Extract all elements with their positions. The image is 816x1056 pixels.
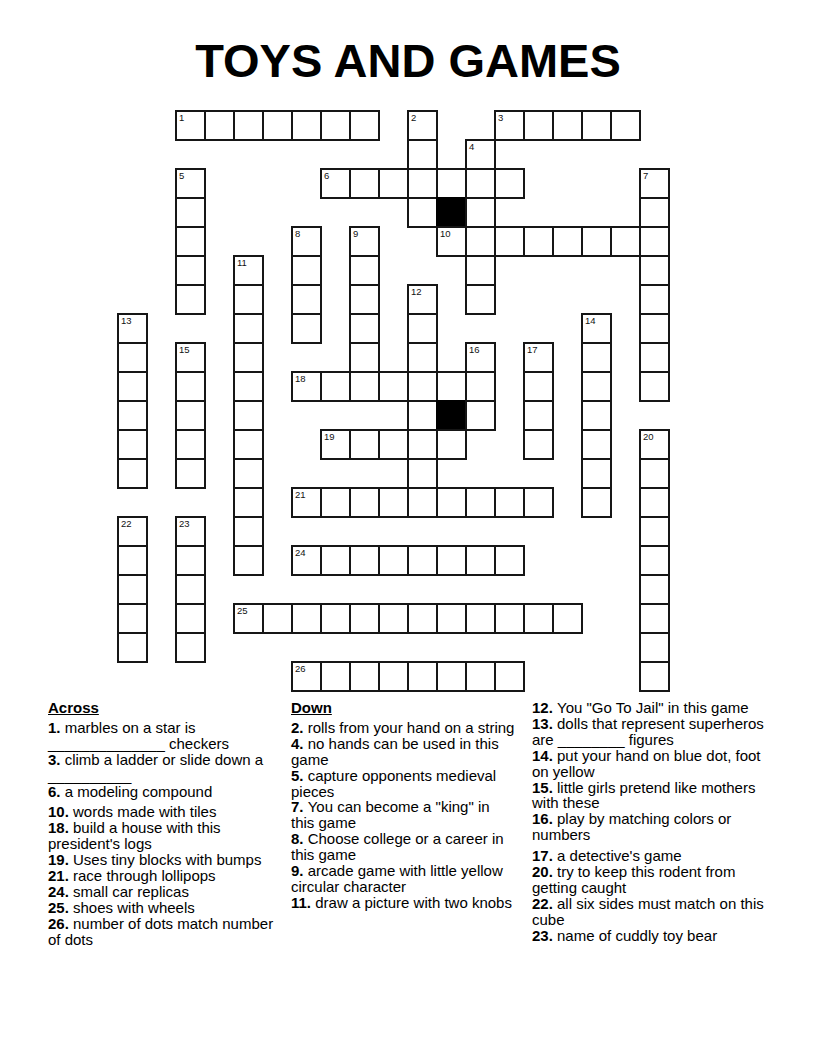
clue-5: 5. capture opponents medieval pieces	[291, 768, 516, 800]
clue-number: 26	[295, 663, 306, 674]
grid-cell[interactable]	[494, 603, 525, 634]
grid-cell[interactable]	[523, 371, 554, 402]
grid-cell[interactable]	[639, 458, 670, 489]
grid-cell[interactable]	[407, 400, 438, 431]
grid-cell[interactable]	[436, 545, 467, 576]
grid-cell[interactable]	[436, 603, 467, 634]
grid-cell[interactable]	[523, 110, 554, 141]
clue-number: 7	[643, 170, 648, 181]
clue-number: 14	[585, 315, 596, 326]
clue-6: 6. a modeling compound	[48, 784, 278, 800]
clue-number: 1	[179, 112, 184, 123]
grid-cell[interactable]	[175, 603, 206, 634]
grid-cell[interactable]	[581, 458, 612, 489]
grid-cell[interactable]	[639, 255, 670, 286]
grid-cell[interactable]: 11	[233, 255, 264, 286]
clue-25: 25. shoes with wheels	[48, 900, 278, 916]
grid-cell[interactable]	[465, 400, 496, 431]
clue-number: 6	[324, 170, 329, 181]
page-title: TOYS AND GAMES	[0, 33, 816, 88]
clue-4: 4. no hands can be used in this game	[291, 736, 516, 768]
grid-cell[interactable]: 26	[291, 661, 322, 692]
clue-21: 21. race through lollipops	[48, 868, 278, 884]
grid-cell[interactable]	[639, 661, 670, 692]
grid-cell[interactable]	[407, 545, 438, 576]
grid-cell[interactable]	[349, 284, 380, 315]
grid-cell[interactable]	[610, 110, 641, 141]
clue-number: 18	[295, 373, 306, 384]
grid-cell[interactable]	[407, 139, 438, 170]
clue-number: 20	[643, 431, 654, 442]
grid-cell[interactable]	[204, 110, 235, 141]
grid-cell[interactable]	[465, 487, 496, 518]
grid-cell[interactable]	[320, 603, 351, 634]
clue-number: 12	[411, 286, 422, 297]
grid-cell[interactable]	[349, 545, 380, 576]
clue-24: 24. small car replicas	[48, 884, 278, 900]
grid-cell[interactable]	[639, 487, 670, 518]
grid-cell[interactable]	[378, 603, 409, 634]
clue-number: 25	[237, 605, 248, 616]
grid-cell[interactable]	[523, 429, 554, 460]
clue-number: 16	[469, 344, 480, 355]
grid-cell[interactable]	[581, 342, 612, 373]
grid-cell[interactable]	[378, 429, 409, 460]
grid-cell[interactable]	[465, 168, 496, 199]
grid-cell[interactable]: 17	[523, 342, 554, 373]
grid-cell[interactable]	[349, 487, 380, 518]
grid-cell[interactable]	[262, 603, 293, 634]
grid-cell[interactable]: 14	[581, 313, 612, 344]
grid-cell[interactable]	[291, 603, 322, 634]
grid-cell[interactable]	[291, 313, 322, 344]
clue-1: 1. marbles on a star is ______________ c…	[48, 720, 278, 752]
grid-cell[interactable]	[320, 545, 351, 576]
grid-cell[interactable]	[320, 661, 351, 692]
clue-number: 3	[498, 112, 503, 123]
clue-number: 4	[469, 141, 474, 152]
grid-cell[interactable]	[175, 255, 206, 286]
grid-cell[interactable]	[291, 110, 322, 141]
grid-cell[interactable]: 5	[175, 168, 206, 199]
clue-26: 26. number of dots match number of dots	[48, 916, 278, 948]
grid-cell[interactable]	[320, 371, 351, 402]
grid-cell[interactable]	[175, 632, 206, 663]
clue-number: 2	[411, 112, 416, 123]
grid-cell[interactable]	[233, 487, 264, 518]
clue-number: 5	[179, 170, 184, 181]
black-cell	[436, 197, 467, 228]
grid-cell[interactable]	[349, 313, 380, 344]
grid-cell[interactable]: 15	[175, 342, 206, 373]
down-header: Down	[291, 700, 516, 716]
clue-2: 2. rolls from your hand on a string	[291, 720, 516, 736]
black-cell	[436, 400, 467, 431]
grid-cell[interactable]	[349, 342, 380, 373]
grid-cell[interactable]	[117, 400, 148, 431]
grid-cell[interactable]	[349, 429, 380, 460]
down-clues-continued: 12. You "Go To Jail" in this game13. dol…	[532, 700, 770, 944]
grid-cell[interactable]	[552, 226, 583, 257]
grid-cell[interactable]	[378, 168, 409, 199]
grid-cell[interactable]	[581, 487, 612, 518]
grid-cell[interactable]	[175, 458, 206, 489]
grid-cell[interactable]: 20	[639, 429, 670, 460]
clue-number: 9	[353, 228, 358, 239]
worksheet-page: { "game": "crossword", "title": "TOYS AN…	[0, 0, 816, 1056]
grid-cell[interactable]	[436, 429, 467, 460]
grid-cell[interactable]: 22	[117, 516, 148, 547]
clue-number: 13	[121, 315, 132, 326]
clue-15: 15. little girls pretend like mothers wi…	[532, 780, 770, 812]
clue-number: 15	[179, 344, 190, 355]
grid-cell[interactable]	[233, 284, 264, 315]
grid-cell[interactable]	[349, 603, 380, 634]
grid-cell[interactable]	[262, 110, 293, 141]
grid-cell[interactable]	[378, 371, 409, 402]
grid-cell[interactable]: 4	[465, 139, 496, 170]
grid-cell[interactable]	[175, 574, 206, 605]
grid-cell[interactable]: 10	[436, 226, 467, 257]
grid-cell[interactable]	[407, 313, 438, 344]
grid-cell[interactable]	[581, 110, 612, 141]
grid-cell[interactable]	[233, 342, 264, 373]
grid-cell[interactable]	[436, 487, 467, 518]
grid-cell[interactable]: 7	[639, 168, 670, 199]
grid-cell[interactable]	[233, 516, 264, 547]
grid-cell[interactable]	[465, 197, 496, 228]
grid-cell[interactable]	[233, 400, 264, 431]
grid-cell[interactable]: 6	[320, 168, 351, 199]
clue-23: 23. name of cuddly toy bear	[532, 928, 770, 944]
clue-14: 14. put your hand on blue dot, foot on y…	[532, 748, 770, 780]
grid-cell[interactable]	[523, 603, 554, 634]
grid-cell[interactable]	[233, 313, 264, 344]
grid-cell[interactable]	[639, 342, 670, 373]
grid-cell[interactable]: 23	[175, 516, 206, 547]
grid-cell[interactable]	[436, 371, 467, 402]
grid-cell[interactable]: 13	[117, 313, 148, 344]
clue-10: 10. words made with tiles	[48, 804, 278, 820]
clue-11: 11. draw a picture with two knobs	[291, 895, 516, 911]
grid-cell[interactable]	[639, 284, 670, 315]
grid-cell[interactable]	[117, 545, 148, 576]
grid-cell[interactable]	[349, 110, 380, 141]
grid-cell[interactable]	[233, 545, 264, 576]
grid-cell[interactable]	[494, 226, 525, 257]
grid-cell[interactable]: 25	[233, 603, 264, 634]
grid-cell[interactable]: 1	[175, 110, 206, 141]
grid-cell[interactable]	[465, 661, 496, 692]
grid-cell[interactable]	[117, 342, 148, 373]
grid-cell[interactable]	[349, 255, 380, 286]
grid-cell[interactable]	[233, 371, 264, 402]
grid-cell[interactable]	[494, 487, 525, 518]
grid-cell[interactable]	[349, 371, 380, 402]
grid-cell[interactable]	[581, 226, 612, 257]
clue-20: 20. try to keep this rodent from getting…	[532, 864, 770, 896]
grid-cell[interactable]	[639, 516, 670, 547]
grid-cell[interactable]	[291, 255, 322, 286]
grid-cell[interactable]	[552, 110, 583, 141]
grid-cell[interactable]	[581, 400, 612, 431]
grid-cell[interactable]	[407, 342, 438, 373]
grid-cell[interactable]: 2	[407, 110, 438, 141]
grid-cell[interactable]	[523, 400, 554, 431]
grid-cell[interactable]	[117, 632, 148, 663]
clue-16: 16. play by matching colors or numbers	[532, 811, 770, 843]
grid-cell[interactable]	[407, 371, 438, 402]
grid-cell[interactable]	[407, 458, 438, 489]
grid-cell[interactable]	[175, 400, 206, 431]
grid-cell[interactable]	[465, 371, 496, 402]
grid-cell[interactable]	[639, 545, 670, 576]
crossword-grid: 1234567891011121314151617181920212223242…	[117, 110, 670, 692]
grid-cell[interactable]	[175, 545, 206, 576]
grid-cell[interactable]	[639, 603, 670, 634]
clue-12: 12. You "Go To Jail" in this game	[532, 700, 770, 716]
grid-cell[interactable]: 19	[320, 429, 351, 460]
grid-cell[interactable]	[465, 255, 496, 286]
grid-cell[interactable]	[349, 661, 380, 692]
clue-3: 3. climb a ladder or slide down a ______…	[48, 752, 278, 784]
grid-cell[interactable]	[175, 226, 206, 257]
grid-cell[interactable]	[117, 603, 148, 634]
grid-cell[interactable]	[407, 487, 438, 518]
clue-7: 7. You can become a "king" in this game	[291, 799, 516, 831]
clue-18: 18. build a house with this president's …	[48, 820, 278, 852]
grid-cell[interactable]	[320, 110, 351, 141]
grid-cell[interactable]	[407, 429, 438, 460]
grid-cell[interactable]	[465, 284, 496, 315]
grid-cell[interactable]	[465, 226, 496, 257]
grid-cell[interactable]	[233, 429, 264, 460]
grid-cell[interactable]	[610, 226, 641, 257]
grid-cell[interactable]	[494, 545, 525, 576]
grid-cell[interactable]: 21	[291, 487, 322, 518]
grid-cell[interactable]: 18	[291, 371, 322, 402]
grid-cell[interactable]	[378, 661, 409, 692]
grid-cell[interactable]	[639, 197, 670, 228]
grid-cell[interactable]	[175, 284, 206, 315]
grid-cell[interactable]	[117, 458, 148, 489]
clue-19: 19. Uses tiny blocks with bumps	[48, 852, 278, 868]
clue-22: 22. all six sides must match on this cub…	[532, 896, 770, 928]
clue-number: 8	[295, 228, 300, 239]
clue-number: 10	[440, 228, 451, 239]
grid-cell[interactable]	[465, 545, 496, 576]
grid-cell[interactable]: 8	[291, 226, 322, 257]
grid-cell[interactable]	[349, 168, 380, 199]
grid-cell[interactable]	[552, 603, 583, 634]
across-header: Across	[48, 700, 278, 716]
clue-number: 19	[324, 431, 335, 442]
grid-cell[interactable]: 3	[494, 110, 525, 141]
grid-cell[interactable]	[581, 371, 612, 402]
grid-cell[interactable]	[233, 458, 264, 489]
grid-cell[interactable]: 16	[465, 342, 496, 373]
clue-number: 22	[121, 518, 132, 529]
grid-cell[interactable]	[233, 110, 264, 141]
grid-cell[interactable]	[378, 545, 409, 576]
grid-cell[interactable]	[175, 371, 206, 402]
grid-cell[interactable]	[639, 371, 670, 402]
grid-cell[interactable]: 12	[407, 284, 438, 315]
grid-cell[interactable]	[639, 632, 670, 663]
grid-cell[interactable]	[407, 661, 438, 692]
grid-cell[interactable]	[639, 313, 670, 344]
grid-cell[interactable]	[320, 487, 351, 518]
grid-cell[interactable]: 24	[291, 545, 322, 576]
clue-number: 24	[295, 547, 306, 558]
grid-cell[interactable]	[407, 168, 438, 199]
grid-cell[interactable]: 9	[349, 226, 380, 257]
grid-cell[interactable]	[581, 429, 612, 460]
across-clues: Across 1. marbles on a star is _________…	[48, 700, 278, 948]
grid-cell[interactable]	[175, 197, 206, 228]
clue-13: 13. dolls that represent superheros are …	[532, 716, 770, 748]
grid-cell[interactable]	[436, 661, 467, 692]
clue-number: 17	[527, 344, 538, 355]
clue-number: 11	[237, 257, 247, 268]
grid-cell[interactable]	[407, 197, 438, 228]
clue-number: 21	[295, 489, 306, 500]
grid-cell[interactable]	[378, 487, 409, 518]
grid-cell[interactable]	[175, 429, 206, 460]
grid-cell[interactable]	[639, 226, 670, 257]
grid-cell[interactable]	[523, 226, 554, 257]
clue-9: 9. arcade game with little yellow circul…	[291, 863, 516, 895]
grid-cell[interactable]	[117, 429, 148, 460]
clue-number: 23	[179, 518, 190, 529]
grid-cell[interactable]	[117, 371, 148, 402]
grid-cell[interactable]	[407, 603, 438, 634]
grid-cell[interactable]	[436, 168, 467, 199]
grid-cell[interactable]	[494, 661, 525, 692]
clue-8: 8. Choose college or a career in this ga…	[291, 831, 516, 863]
grid-cell[interactable]	[494, 168, 525, 199]
grid-cell[interactable]	[639, 574, 670, 605]
grid-cell[interactable]	[523, 487, 554, 518]
grid-cell[interactable]	[291, 284, 322, 315]
grid-cell[interactable]	[465, 603, 496, 634]
clue-17: 17. a detective's game	[532, 848, 770, 864]
grid-cell[interactable]	[117, 574, 148, 605]
down-clues: Down 2. rolls from your hand on a string…	[291, 700, 516, 911]
